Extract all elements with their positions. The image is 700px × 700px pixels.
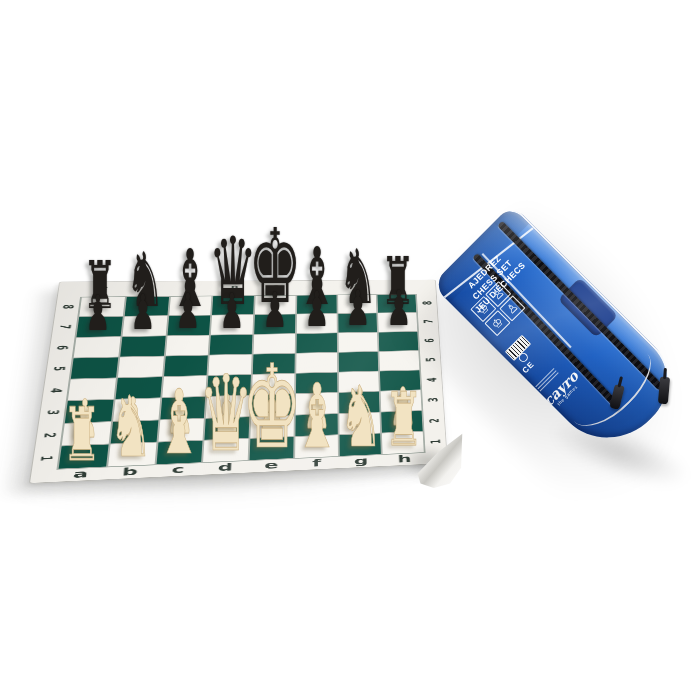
square-e7 (254, 315, 295, 334)
square-h4 (380, 370, 420, 390)
square-b6 (120, 336, 165, 356)
board-grid (56, 294, 425, 470)
square-c7 (167, 316, 210, 336)
square-h5 (380, 351, 420, 371)
square-g2 (339, 412, 380, 434)
file-label-bottom-a: a (72, 468, 88, 480)
square-f2 (295, 414, 337, 436)
square-d5 (209, 354, 252, 375)
square-g5 (338, 352, 378, 372)
square-d4 (207, 375, 251, 396)
rank-label-left-2: 2 (41, 432, 57, 438)
square-c8 (169, 296, 212, 315)
square-e1 (250, 437, 294, 460)
file-label-top-d: d (230, 285, 238, 290)
product-photo: 88aa77bb66cc55dd44ee33ff22gg11hh ♜♞♝♛♚♝♞… (0, 0, 700, 700)
square-g1 (339, 433, 381, 456)
square-f5 (296, 353, 337, 373)
square-c3 (160, 397, 205, 419)
square-g7 (338, 313, 377, 332)
square-h8 (378, 295, 417, 313)
square-e6 (253, 334, 294, 354)
square-g3 (339, 392, 380, 413)
square-f1 (295, 435, 338, 458)
square-f7 (297, 314, 337, 333)
file-label-bottom-c: c (171, 464, 184, 475)
square-d8 (212, 296, 254, 315)
square-c2 (158, 419, 204, 442)
square-d3 (206, 396, 250, 418)
square-d1 (203, 439, 248, 462)
rank-label-left-4: 4 (48, 388, 63, 393)
square-b3 (113, 398, 160, 420)
square-d7 (211, 315, 253, 334)
square-a3 (65, 400, 113, 423)
square-c1 (156, 441, 203, 465)
square-a8 (79, 297, 124, 316)
file-label-bottom-e: e (264, 460, 278, 471)
square-d2 (205, 417, 250, 440)
square-b2 (110, 420, 158, 443)
rank-label-left-3: 3 (45, 410, 61, 415)
square-a6 (74, 337, 121, 358)
square-a7 (77, 317, 123, 337)
file-label-bottom-f: f (312, 458, 321, 469)
square-a1 (59, 444, 109, 468)
file-label-top-h: h (393, 284, 400, 289)
square-a5 (71, 357, 118, 378)
square-c4 (162, 376, 207, 397)
rank-label-left-1: 1 (38, 456, 54, 462)
square-h3 (381, 390, 422, 411)
square-b1 (108, 442, 156, 466)
square-g6 (338, 332, 378, 351)
rank-label-left-6: 6 (54, 345, 69, 350)
file-label-top-b: b (144, 286, 152, 291)
file-label-top-g: g (354, 284, 361, 289)
square-e8 (255, 296, 295, 315)
square-e5 (253, 354, 295, 374)
square-b5 (118, 356, 164, 377)
rank-label-left-7: 7 (57, 325, 72, 330)
file-label-top-c: c (188, 285, 195, 290)
file-label-top-a: a (100, 286, 108, 291)
square-b4 (115, 377, 161, 399)
square-f3 (295, 393, 337, 414)
square-c5 (164, 355, 208, 376)
rank-label-left-8: 8 (60, 304, 75, 309)
rank-label-right-1: 1 (430, 439, 443, 444)
square-f4 (296, 373, 337, 394)
rank-label-left-5: 5 (51, 366, 66, 371)
rank-label-right-3: 3 (427, 397, 440, 402)
board-coordinates: 88aa77bb66cc55dd44ee33ff22gg11hh (60, 280, 435, 282)
square-f8 (297, 295, 336, 313)
rank-label-right-4: 4 (426, 377, 439, 382)
square-d6 (210, 335, 253, 355)
square-e3 (251, 394, 294, 416)
file-label-top-f: f (315, 284, 319, 289)
square-c6 (165, 335, 209, 355)
chess-board-mat: 88aa77bb66cc55dd44ee33ff22gg11hh (30, 280, 447, 483)
file-label-bottom-g: g (354, 456, 368, 467)
file-label-bottom-d: d (217, 462, 233, 473)
square-a2 (62, 422, 111, 445)
file-label-top-e: e (272, 285, 279, 290)
square-a4 (68, 378, 116, 400)
file-label-bottom-b: b (121, 466, 138, 478)
square-f6 (296, 333, 336, 353)
square-b7 (122, 316, 167, 336)
rank-label-right-2: 2 (428, 418, 441, 423)
square-h2 (381, 411, 422, 433)
square-e4 (252, 374, 294, 395)
square-g8 (338, 295, 377, 313)
square-e2 (250, 415, 293, 437)
square-b8 (124, 297, 168, 316)
square-g4 (338, 371, 379, 392)
